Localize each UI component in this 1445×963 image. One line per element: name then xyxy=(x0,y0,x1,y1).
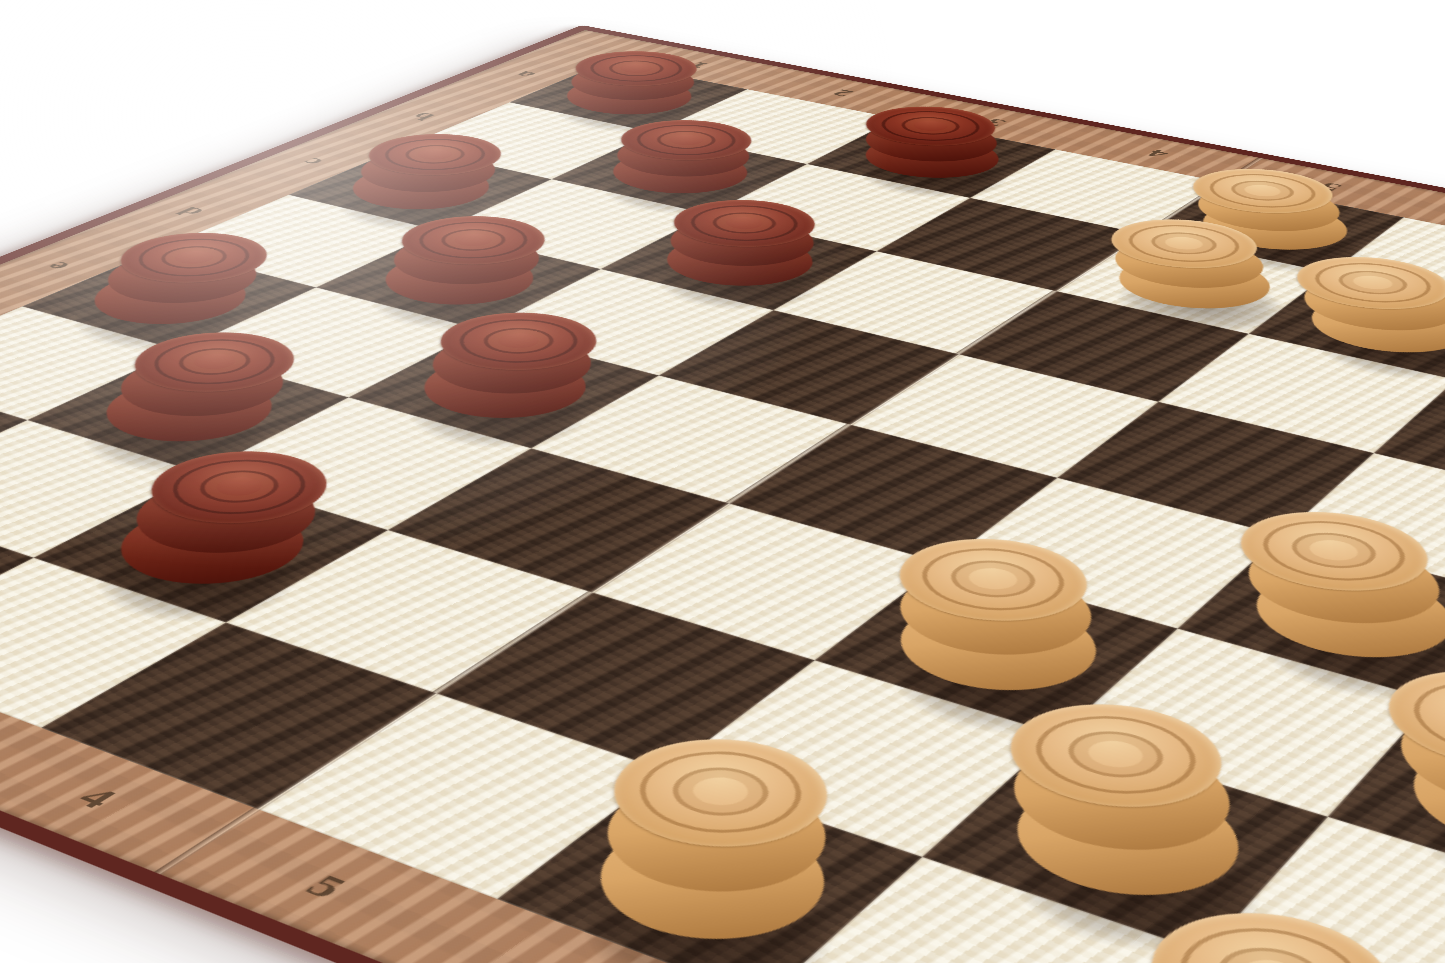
pieces-layer xyxy=(0,62,1445,963)
rank-label-near-4: 4 xyxy=(39,770,154,827)
file-label-far-b: b xyxy=(389,106,457,126)
board-photo-scene: 1122334455667788aabbccddeeffgghh xyxy=(0,0,1445,963)
rank-label-far-4: 4 xyxy=(1124,143,1191,165)
file-label-far-e: e xyxy=(17,253,96,280)
rank-label-near-5: 5 xyxy=(266,855,386,918)
file-label-far-d: d xyxy=(153,200,228,224)
rank-label-far-2: 2 xyxy=(810,84,874,103)
checkers-board: 1122334455667788aabbccddeeffgghh xyxy=(0,30,1445,963)
file-label-far-a: a xyxy=(492,65,556,84)
file-label-far-c: c xyxy=(276,151,347,173)
